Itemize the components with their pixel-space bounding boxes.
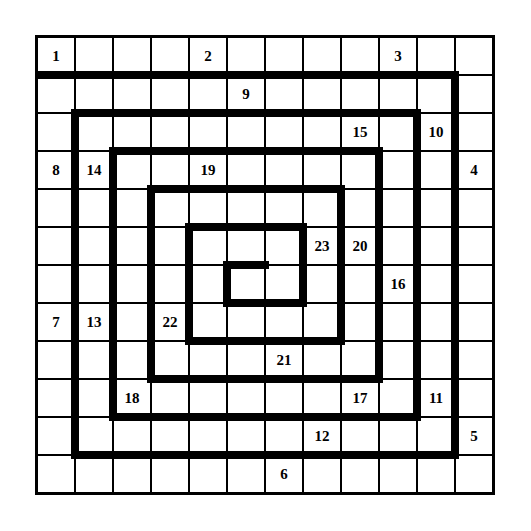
clue-number-10: 10 [429, 125, 444, 140]
clue-number-7: 7 [52, 315, 60, 330]
spiral-wall-vertical [413, 109, 421, 421]
grid-cell-r1c10[interactable] [417, 75, 455, 113]
grid-cell-r4c8[interactable] [341, 189, 379, 227]
clue-number-22: 22 [163, 315, 178, 330]
grid-cell-r3c8[interactable] [341, 151, 379, 189]
grid-cell-r7c1[interactable]: 13 [75, 303, 113, 341]
grid-cell-r5c11[interactable] [455, 227, 493, 265]
spiral-wall-vertical [71, 109, 79, 459]
grid-cell-r8c3[interactable] [151, 341, 189, 379]
grid-cell-r6c6[interactable] [265, 265, 303, 303]
spiral-wall-horizontal [147, 375, 383, 383]
grid-cell-r8c4[interactable] [189, 341, 227, 379]
grid-cell-r9c4[interactable] [189, 379, 227, 417]
grid-cell-r3c7[interactable] [303, 151, 341, 189]
grid-cell-r5c1[interactable] [75, 227, 113, 265]
grid-cell-r10c3[interactable] [151, 417, 189, 455]
spiral-crossword-board: 1239151081419423201671322211817111256 [35, 35, 495, 495]
grid-cell-r3c1[interactable]: 14 [75, 151, 113, 189]
grid-cell-r1c6[interactable] [265, 75, 303, 113]
grid-cell-r7c2[interactable] [113, 303, 151, 341]
spiral-wall-vertical [223, 261, 231, 307]
grid-cell-r11c11[interactable] [455, 455, 493, 493]
grid-cell-r1c9[interactable] [379, 75, 417, 113]
grid-cell-r11c4[interactable] [189, 455, 227, 493]
clue-number-21: 21 [277, 353, 292, 368]
grid-cell-r2c4[interactable] [189, 113, 227, 151]
grid-cell-r5c4[interactable] [189, 227, 227, 265]
grid-cell-r6c5[interactable] [227, 265, 265, 303]
grid-cell-r0c0[interactable]: 1 [37, 37, 75, 75]
grid-cell-r4c11[interactable] [455, 189, 493, 227]
clue-number-2: 2 [204, 49, 212, 64]
grid-cell-r7c8[interactable] [341, 303, 379, 341]
clue-number-3: 3 [394, 49, 402, 64]
grid-cell-r3c5[interactable] [227, 151, 265, 189]
clue-number-1: 1 [52, 49, 60, 64]
grid-cell-r6c0[interactable] [37, 265, 75, 303]
page: { "game": "spiral crossword puzzle (snai… [0, 0, 531, 531]
grid-cell-r1c1[interactable] [75, 75, 113, 113]
grid-cell-r9c6[interactable] [265, 379, 303, 417]
grid-cell-r8c2[interactable] [113, 341, 151, 379]
grid-cell-r4c3[interactable] [151, 189, 189, 227]
grid-cell-r10c0[interactable] [37, 417, 75, 455]
clue-number-11: 11 [429, 391, 443, 406]
spiral-wall-horizontal [185, 337, 345, 345]
clue-number-16: 16 [391, 277, 406, 292]
grid-cell-r5c6[interactable] [265, 227, 303, 265]
grid-cell-r2c9[interactable] [379, 113, 417, 151]
grid-cell-r4c5[interactable] [227, 189, 265, 227]
grid-cell-r5c0[interactable] [37, 227, 75, 265]
grid-cell-r0c9[interactable]: 3 [379, 37, 417, 75]
grid-cell-r10c10[interactable] [417, 417, 455, 455]
grid-cell-r3c6[interactable] [265, 151, 303, 189]
grid-cell-r6c3[interactable] [151, 265, 189, 303]
grid-cell-r7c11[interactable] [455, 303, 493, 341]
clue-number-20: 20 [353, 239, 368, 254]
grid-cell-r11c0[interactable] [37, 455, 75, 493]
grid-cell-r0c3[interactable] [151, 37, 189, 75]
grid-cell-r8c0[interactable] [37, 341, 75, 379]
grid-cell-r8c10[interactable] [417, 341, 455, 379]
grid-cell-r2c7[interactable] [303, 113, 341, 151]
grid-cell-r7c0[interactable]: 7 [37, 303, 75, 341]
grid-cell-r11c8[interactable] [341, 455, 379, 493]
spiral-wall-vertical [451, 71, 459, 459]
spiral-wall-horizontal [71, 109, 421, 117]
grid-cell-r11c9[interactable] [379, 455, 417, 493]
grid-cell-r10c5[interactable] [227, 417, 265, 455]
clue-number-19: 19 [201, 163, 216, 178]
grid-cell-r6c10[interactable] [417, 265, 455, 303]
grid-cell-r7c5[interactable] [227, 303, 265, 341]
grid-cell-r11c7[interactable] [303, 455, 341, 493]
grid-cell-r9c9[interactable] [379, 379, 417, 417]
spiral-wall-horizontal [223, 299, 307, 307]
grid-cell-r3c9[interactable] [379, 151, 417, 189]
grid-cell-r4c6[interactable] [265, 189, 303, 227]
grid-cell-r0c7[interactable] [303, 37, 341, 75]
grid-cell-r5c3[interactable] [151, 227, 189, 265]
grid-cell-r6c11[interactable] [455, 265, 493, 303]
grid-cell-r6c7[interactable] [303, 265, 341, 303]
grid-cell-r9c10[interactable]: 11 [417, 379, 455, 417]
clue-number-4: 4 [470, 163, 478, 178]
grid-cell-r1c11[interactable] [455, 75, 493, 113]
grid-cell-r11c1[interactable] [75, 455, 113, 493]
grid-cell-r11c6[interactable]: 6 [265, 455, 303, 493]
grid-cell-r10c1[interactable] [75, 417, 113, 455]
grid-cell-r2c3[interactable] [151, 113, 189, 151]
grid-cell-r10c8[interactable] [341, 417, 379, 455]
grid-cell-r9c7[interactable] [303, 379, 341, 417]
grid-cell-r7c4[interactable] [189, 303, 227, 341]
spiral-wall-vertical [147, 185, 155, 383]
grid-cell-r8c5[interactable] [227, 341, 265, 379]
grid-cell-r0c1[interactable] [75, 37, 113, 75]
grid-cell-r7c10[interactable] [417, 303, 455, 341]
spiral-wall-vertical [299, 223, 307, 307]
grid-cell-r0c4[interactable]: 2 [189, 37, 227, 75]
grid-cell-r9c3[interactable] [151, 379, 189, 417]
grid-cell-r10c4[interactable] [189, 417, 227, 455]
grid-cell-r7c6[interactable] [265, 303, 303, 341]
grid-cell-r5c5[interactable] [227, 227, 265, 265]
spiral-wall-horizontal [147, 185, 345, 193]
spiral-wall-horizontal [185, 223, 307, 231]
grid-cell-r0c10[interactable] [417, 37, 455, 75]
grid-cell-r11c10[interactable] [417, 455, 455, 493]
clue-number-5: 5 [470, 429, 478, 444]
grid-cell-r7c3[interactable]: 22 [151, 303, 189, 341]
grid-cell-r4c4[interactable] [189, 189, 227, 227]
grid-cell-r4c9[interactable] [379, 189, 417, 227]
grid-cell-r3c2[interactable] [113, 151, 151, 189]
grid-cell-r7c7[interactable] [303, 303, 341, 341]
grid-cell-r9c1[interactable] [75, 379, 113, 417]
grid-cell-r10c7[interactable]: 12 [303, 417, 341, 455]
grid-cell-r9c0[interactable] [37, 379, 75, 417]
grid-cell-r5c7[interactable]: 23 [303, 227, 341, 265]
grid-cell-r1c2[interactable] [113, 75, 151, 113]
grid-cell-r4c1[interactable] [75, 189, 113, 227]
grid-cell-r5c2[interactable] [113, 227, 151, 265]
grid-cell-r2c6[interactable] [265, 113, 303, 151]
grid-cell-r2c0[interactable] [37, 113, 75, 151]
grid-cell-r11c2[interactable] [113, 455, 151, 493]
spiral-wall-horizontal [109, 413, 421, 421]
grid-cell-r1c3[interactable] [151, 75, 189, 113]
clue-number-18: 18 [125, 391, 140, 406]
spiral-wall-horizontal [35, 71, 459, 79]
clue-number-6: 6 [280, 467, 288, 482]
grid-cell-r8c8[interactable] [341, 341, 379, 379]
grid-cell-r4c7[interactable] [303, 189, 341, 227]
grid-cell-r6c1[interactable] [75, 265, 113, 303]
spiral-wall-vertical [375, 147, 383, 383]
grid-cell-r0c6[interactable] [265, 37, 303, 75]
grid-cell-r8c7[interactable] [303, 341, 341, 379]
clue-number-14: 14 [87, 163, 102, 178]
grid-cell-r10c2[interactable] [113, 417, 151, 455]
grid-cell-r0c11[interactable] [455, 37, 493, 75]
grid-cell-r3c11[interactable]: 4 [455, 151, 493, 189]
grid-cell-r1c5[interactable]: 9 [227, 75, 265, 113]
grid-cell-r11c5[interactable] [227, 455, 265, 493]
grid-cell-r2c11[interactable] [455, 113, 493, 151]
clue-number-17: 17 [353, 391, 368, 406]
grid-cell-r10c9[interactable] [379, 417, 417, 455]
grid-cell-r6c9[interactable]: 16 [379, 265, 417, 303]
grid-cell-r9c2[interactable]: 18 [113, 379, 151, 417]
grid-cell-r2c5[interactable] [227, 113, 265, 151]
clue-number-12: 12 [315, 429, 330, 444]
grid-cell-r6c8[interactable] [341, 265, 379, 303]
grid-cell-r1c7[interactable] [303, 75, 341, 113]
grid-cell-r3c10[interactable] [417, 151, 455, 189]
spiral-wall-horizontal [71, 451, 459, 459]
grid-cell-r9c11[interactable] [455, 379, 493, 417]
grid-cell-r6c2[interactable] [113, 265, 151, 303]
grid-cell-r10c11[interactable]: 5 [455, 417, 493, 455]
grid-cell-r4c2[interactable] [113, 189, 151, 227]
grid-cell-r8c1[interactable] [75, 341, 113, 379]
grid-cell-r3c3[interactable] [151, 151, 189, 189]
grid-cell-r3c0[interactable]: 8 [37, 151, 75, 189]
grid-cell-r5c8[interactable]: 20 [341, 227, 379, 265]
grid-cell-r2c10[interactable]: 10 [417, 113, 455, 151]
grid-cell-r9c5[interactable] [227, 379, 265, 417]
grid-cell-r8c9[interactable] [379, 341, 417, 379]
grid-cell-r1c0[interactable] [37, 75, 75, 113]
spiral-wall-vertical [337, 185, 345, 345]
grid-cell-r5c9[interactable] [379, 227, 417, 265]
grid-cell-r1c4[interactable] [189, 75, 227, 113]
grid-cell-r2c1[interactable] [75, 113, 113, 151]
clue-number-13: 13 [87, 315, 102, 330]
grid-cell-r8c11[interactable] [455, 341, 493, 379]
grid-cell-r5c10[interactable] [417, 227, 455, 265]
grid-cell-r2c2[interactable] [113, 113, 151, 151]
grid-cell-r1c8[interactable] [341, 75, 379, 113]
grid-cell-r4c10[interactable] [417, 189, 455, 227]
spiral-wall-vertical [109, 147, 117, 421]
clue-number-8: 8 [52, 163, 60, 178]
grid-cell-r2c8[interactable]: 15 [341, 113, 379, 151]
spiral-wall-vertical [185, 223, 193, 345]
grid-cell-r4c0[interactable] [37, 189, 75, 227]
grid-cell-r11c3[interactable] [151, 455, 189, 493]
grid-cell-r7c9[interactable] [379, 303, 417, 341]
grid-cell-r3c4[interactable]: 19 [189, 151, 227, 189]
grid-cell-r0c8[interactable] [341, 37, 379, 75]
grid-cell-r0c2[interactable] [113, 37, 151, 75]
spiral-wall-horizontal [109, 147, 383, 155]
grid-cell-r9c8[interactable]: 17 [341, 379, 379, 417]
grid-cell-r8c6[interactable]: 21 [265, 341, 303, 379]
grid-cell-r10c6[interactable] [265, 417, 303, 455]
grid-cell-r6c4[interactable] [189, 265, 227, 303]
clue-number-9: 9 [242, 87, 250, 102]
clue-number-23: 23 [315, 239, 330, 254]
grid-cell-r0c5[interactable] [227, 37, 265, 75]
clue-number-15: 15 [353, 125, 368, 140]
